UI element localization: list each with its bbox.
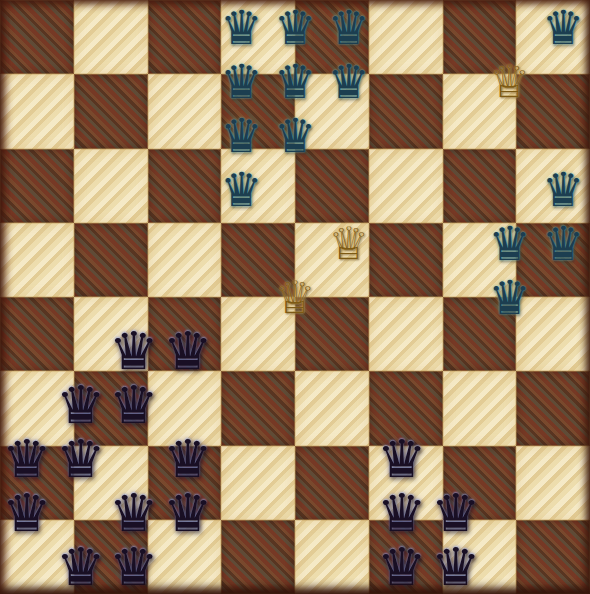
queen-piece-blue[interactable]: ♛ [536, 216, 590, 270]
queen-piece-purple[interactable]: ♛ [105, 540, 162, 594]
queen-piece-blue[interactable]: ♛ [215, 0, 269, 54]
queen-piece-blue[interactable]: ♛ [483, 216, 537, 270]
board-square[interactable] [516, 520, 590, 594]
queen-piece-purple[interactable]: ♛ [105, 486, 162, 540]
board-square[interactable] [516, 371, 590, 445]
board-square[interactable] [74, 74, 148, 148]
queen-piece-purple[interactable]: ♛ [427, 540, 484, 594]
queen-piece-purple[interactable]: ♛ [374, 432, 431, 486]
board-square[interactable] [148, 149, 222, 223]
board-square[interactable] [148, 74, 222, 148]
board-square[interactable] [221, 520, 295, 594]
queen-piece-purple[interactable]: ♛ [427, 486, 484, 540]
queen-piece-gold[interactable]: ♕ [268, 270, 322, 324]
queen-piece-blue[interactable]: ♛ [215, 108, 269, 162]
queen-piece-blue[interactable]: ♛ [268, 54, 322, 108]
queen-piece-purple[interactable]: ♛ [0, 486, 56, 540]
board-square[interactable] [369, 297, 443, 371]
queen-piece-purple[interactable]: ♛ [52, 378, 109, 432]
queen-piece-blue[interactable]: ♛ [268, 0, 322, 54]
queen-piece-purple[interactable]: ♛ [374, 486, 431, 540]
board-square[interactable] [221, 371, 295, 445]
board-square[interactable] [74, 149, 148, 223]
queen-piece-purple[interactable]: ♛ [105, 324, 162, 378]
queen-piece-purple[interactable]: ♛ [159, 486, 216, 540]
board-square[interactable] [74, 223, 148, 297]
queen-piece-blue[interactable]: ♛ [322, 54, 376, 108]
board-square[interactable] [295, 520, 369, 594]
queen-piece-blue[interactable]: ♛ [268, 108, 322, 162]
stylized-chess-artwork: ♛♛♛♛♛♛♛♕♛♛♛♛♕♛♛♕♛♛♛♛♛♛♛♛♛♛♛♛♛♛♛♛♛♛ [0, 0, 590, 594]
board-square[interactable] [443, 149, 517, 223]
board-square[interactable] [0, 149, 74, 223]
queen-piece-gold[interactable]: ♕ [322, 216, 376, 270]
board-square[interactable] [443, 371, 517, 445]
board-square[interactable] [369, 74, 443, 148]
board-square[interactable] [369, 0, 443, 74]
board-square[interactable] [369, 149, 443, 223]
queen-piece-purple[interactable]: ♛ [159, 432, 216, 486]
board-square[interactable] [295, 371, 369, 445]
queen-piece-purple[interactable]: ♛ [52, 432, 109, 486]
board-square[interactable] [0, 74, 74, 148]
queen-piece-blue[interactable]: ♛ [536, 0, 590, 54]
board-square[interactable] [295, 446, 369, 520]
queen-piece-blue[interactable]: ♛ [215, 162, 269, 216]
queen-piece-blue[interactable]: ♛ [536, 162, 590, 216]
board-square[interactable] [0, 297, 74, 371]
queen-piece-purple[interactable]: ♛ [0, 432, 56, 486]
board-square[interactable] [0, 223, 74, 297]
queen-piece-purple[interactable]: ♛ [159, 324, 216, 378]
queen-piece-purple[interactable]: ♛ [52, 540, 109, 594]
queen-piece-blue[interactable]: ♛ [215, 54, 269, 108]
board-square[interactable] [148, 0, 222, 74]
board-square[interactable] [74, 0, 148, 74]
queen-piece-purple[interactable]: ♛ [374, 540, 431, 594]
queen-piece-purple[interactable]: ♛ [105, 378, 162, 432]
queen-piece-blue[interactable]: ♛ [322, 0, 376, 54]
board-square[interactable] [221, 446, 295, 520]
board-square[interactable] [0, 0, 74, 74]
board-square[interactable] [369, 223, 443, 297]
board-square[interactable] [148, 223, 222, 297]
queen-piece-gold[interactable]: ♕ [483, 54, 537, 108]
queen-piece-blue[interactable]: ♛ [483, 270, 537, 324]
board-square[interactable] [516, 446, 590, 520]
